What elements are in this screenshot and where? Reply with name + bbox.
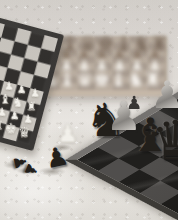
foreground-pieces: ♞♟♟♝♟♛♟♟♟♟: [0, 0, 178, 220]
chess-photo-scene: ♜♞♝♛♚♝♞♜♟♟♟♟♟♟♟♟♟♟♟♟♟♟♟♟♜♞♝♛♚♝♞♜ ♟♟♟♝♞♜♟…: [0, 0, 178, 220]
white-pawn-standing: ♟: [57, 122, 79, 146]
black-queen: ♛: [151, 114, 178, 168]
black-pawn-lying: ♟: [21, 161, 40, 179]
